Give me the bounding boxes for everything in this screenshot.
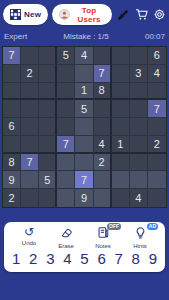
cell-r5c1[interactable]: 6 (3, 118, 21, 136)
cell-r8c9[interactable] (148, 171, 166, 189)
cell-r1c5[interactable]: 4 (75, 47, 93, 65)
sudoku-board: 75462734185767412872957294 (2, 46, 167, 208)
cell-r6c3[interactable] (39, 136, 57, 154)
cell-r5c8[interactable] (130, 118, 148, 136)
eraser-icon (60, 226, 73, 242)
hints-label: Hints (133, 243, 147, 249)
cell-r3c6[interactable]: 8 (94, 83, 112, 101)
undo-label: Undo (22, 240, 36, 246)
cell-r3c3[interactable] (39, 83, 57, 101)
cell-r7c5[interactable] (75, 154, 93, 172)
cell-r4c2[interactable] (21, 100, 39, 118)
cell-r9c2[interactable] (21, 189, 39, 207)
cell-r6c6[interactable]: 4 (94, 136, 112, 154)
cell-r5c3[interactable] (39, 118, 57, 136)
cell-r6c4[interactable]: 7 (57, 136, 75, 154)
cell-r7c7[interactable] (112, 154, 130, 172)
timer: 00:07 (145, 32, 165, 41)
difficulty-label: Expert (4, 32, 27, 41)
header: New Top Users (3, 3, 166, 26)
theme-brush-icon[interactable] (116, 8, 130, 22)
cell-r8c3[interactable]: 5 (39, 171, 57, 189)
cell-r1c2[interactable] (21, 47, 39, 65)
numpad-2[interactable]: 2 (29, 250, 37, 268)
erase-label: Erase (58, 243, 74, 249)
cell-r4c6[interactable] (94, 100, 112, 118)
cell-r5c4[interactable] (57, 118, 75, 136)
cell-r9c4[interactable] (57, 189, 75, 207)
erase-button[interactable]: Erase (53, 226, 79, 249)
cell-r8c2[interactable] (21, 171, 39, 189)
cell-r1c9[interactable]: 6 (148, 47, 166, 65)
numpad-3[interactable]: 3 (46, 250, 54, 268)
cell-r3c7[interactable] (112, 83, 130, 101)
cell-r9c9[interactable] (148, 189, 166, 207)
cell-r1c3[interactable] (39, 47, 57, 65)
cell-r6c5[interactable] (75, 136, 93, 154)
cell-r6c7[interactable]: 1 (112, 136, 130, 154)
cell-r4c8[interactable] (130, 100, 148, 118)
toolbar: ↺ Undo Erase (4, 222, 165, 249)
hints-button[interactable]: AD Hints (127, 226, 153, 249)
cell-r7c3[interactable] (39, 154, 57, 172)
cell-r5c6[interactable] (94, 118, 112, 136)
top-users-label: Top Users (73, 6, 105, 24)
notes-off-badge: OFF (107, 223, 121, 230)
cell-r6c9[interactable]: 2 (148, 136, 166, 154)
cell-r1c7[interactable] (112, 47, 130, 65)
undo-button[interactable]: ↺ Undo (16, 226, 42, 249)
header-icons (116, 8, 166, 22)
cell-r1c6[interactable] (94, 47, 112, 65)
cell-r3c4[interactable] (57, 83, 75, 101)
sudoku-app-screen: New Top Users (0, 0, 169, 300)
cell-r7c4[interactable] (57, 154, 75, 172)
numpad-7[interactable]: 7 (114, 250, 122, 268)
cell-r9c8[interactable]: 4 (130, 189, 148, 207)
numpad-1[interactable]: 1 (12, 250, 20, 268)
cell-r2c7[interactable] (112, 65, 130, 83)
cell-r4c4[interactable] (57, 100, 75, 118)
shop-cart-icon[interactable] (135, 8, 148, 21)
cell-r3c8[interactable] (130, 83, 148, 101)
numpad-6[interactable]: 6 (97, 250, 105, 268)
cell-r2c1[interactable] (3, 65, 21, 83)
cell-r8c8[interactable] (130, 171, 148, 189)
notes-label: Notes (95, 243, 111, 249)
cell-r4c7[interactable] (112, 100, 130, 118)
hints-ad-badge: AD (147, 223, 158, 230)
cell-r3c2[interactable] (21, 83, 39, 101)
numpad-5[interactable]: 5 (80, 250, 88, 268)
cell-r3c9[interactable] (148, 83, 166, 101)
cell-r8c4[interactable] (57, 171, 75, 189)
cell-r3c1[interactable] (3, 83, 21, 101)
cell-r4c9[interactable]: 7 (148, 100, 166, 118)
cell-r4c5[interactable]: 5 (75, 100, 93, 118)
control-panel: ↺ Undo Erase (4, 222, 165, 272)
top-users-avatar-icon (59, 9, 70, 20)
cell-r1c8[interactable] (130, 47, 148, 65)
cell-r4c1[interactable] (3, 100, 21, 118)
cell-r2c2[interactable]: 2 (21, 65, 39, 83)
mistake-counter: Mistake : 1/5 (27, 32, 145, 41)
cell-r2c6[interactable]: 7 (94, 65, 112, 83)
cell-r7c1[interactable]: 8 (3, 154, 21, 172)
cell-r7c2[interactable]: 7 (21, 154, 39, 172)
cell-r6c1[interactable] (3, 136, 21, 154)
undo-icon: ↺ (24, 226, 34, 239)
cell-r1c4[interactable]: 5 (57, 47, 75, 65)
cell-r5c7[interactable] (112, 118, 130, 136)
sudoku-grid-icon (10, 9, 21, 20)
cell-r2c8[interactable]: 3 (130, 65, 148, 83)
cell-r5c2[interactable] (21, 118, 39, 136)
cell-r1c1[interactable]: 7 (3, 47, 21, 65)
numpad-8[interactable]: 8 (132, 250, 140, 268)
status-bar: Expert Mistake : 1/5 00:07 (4, 32, 165, 41)
cell-r8c1[interactable]: 9 (3, 171, 21, 189)
numpad: 123456789 (4, 249, 165, 268)
cell-r8c7[interactable] (112, 171, 130, 189)
top-users-button[interactable]: Top Users (52, 4, 112, 25)
notes-button[interactable]: OFF Notes (90, 226, 116, 249)
cell-r9c3[interactable] (39, 189, 57, 207)
hint-bulb-icon (134, 226, 147, 242)
cell-r8c6[interactable] (94, 171, 112, 189)
cell-r2c3[interactable] (39, 65, 57, 83)
cell-r9c1[interactable]: 2 (3, 189, 21, 207)
new-game-label: New (24, 10, 41, 19)
cell-r9c7[interactable] (112, 189, 130, 207)
cell-r2c9[interactable]: 4 (148, 65, 166, 83)
settings-gear-icon[interactable] (153, 8, 166, 21)
cell-r2c5[interactable] (75, 65, 93, 83)
cell-r7c8[interactable] (130, 154, 148, 172)
cell-r8c5[interactable]: 7 (75, 171, 93, 189)
numpad-9[interactable]: 9 (149, 250, 157, 268)
new-game-button[interactable]: New (3, 4, 48, 25)
cell-r9c6[interactable] (94, 189, 112, 207)
cell-r4c3[interactable] (39, 100, 57, 118)
cell-r3c5[interactable]: 1 (75, 83, 93, 101)
numpad-4[interactable]: 4 (63, 250, 71, 268)
cell-r7c6[interactable]: 2 (94, 154, 112, 172)
cell-r6c2[interactable] (21, 136, 39, 154)
cell-r5c9[interactable] (148, 118, 166, 136)
cell-r6c8[interactable] (130, 136, 148, 154)
cell-r7c9[interactable] (148, 154, 166, 172)
cell-r2c4[interactable] (57, 65, 75, 83)
cell-r9c5[interactable]: 9 (75, 189, 93, 207)
cell-r5c5[interactable] (75, 118, 93, 136)
